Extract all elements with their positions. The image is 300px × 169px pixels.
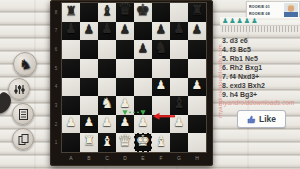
app-screenshot: ♞ 87654321 ABCDEFGH ♜♝♛♚♜♟♟♟♟♟♟♟♟♞♟♟♞♟♝♟… xyxy=(0,0,300,169)
square-f3[interactable] xyxy=(152,96,170,115)
square-h3[interactable] xyxy=(188,96,206,115)
move-list: 3. d3 e64. f3 Bc55. Rb1 Ne56. Rh2 Bxg17.… xyxy=(222,36,298,99)
move-list-row: 9. h4 Bg3+ xyxy=(222,90,298,99)
square-e5[interactable] xyxy=(134,59,152,78)
knight-icon: ♞ xyxy=(17,56,32,72)
square-e1[interactable]: ♚ xyxy=(134,133,152,152)
move-list-row: 6. Rh2 Bxg1 xyxy=(222,63,298,72)
move-list-button[interactable] xyxy=(12,103,34,125)
move-list-row: 8. exd3 Bxh2 xyxy=(222,81,298,90)
move-list-row: 3. d3 e6 xyxy=(222,36,298,45)
sliders-icon xyxy=(14,84,25,95)
piece-black-pawn[interactable]: ♟ xyxy=(62,20,80,39)
square-h6[interactable] xyxy=(188,40,206,59)
square-g5[interactable] xyxy=(170,59,188,78)
move-list-row: 7. f4 Nxd3+ xyxy=(222,72,298,81)
square-h2[interactable] xyxy=(188,115,206,134)
square-f6[interactable]: ♞ xyxy=(152,40,170,59)
watermark-horizontal: myandroiddownloads.com xyxy=(219,99,299,106)
square-g2[interactable]: ♟ xyxy=(170,115,188,134)
piece-black-bishop[interactable]: ♝ xyxy=(98,1,116,20)
piece-black-pawn[interactable]: ♟ xyxy=(170,20,188,39)
square-f1[interactable]: ♝ xyxy=(152,133,170,152)
square-b5[interactable] xyxy=(80,59,98,78)
piece-white-queen[interactable]: ♛ xyxy=(116,131,134,150)
file-label: D xyxy=(116,152,134,166)
square-b7[interactable]: ♟ xyxy=(80,22,98,41)
square-a1[interactable] xyxy=(62,133,80,152)
file-label: A xyxy=(62,152,80,166)
square-a7[interactable]: ♟ xyxy=(62,22,80,41)
rank-label: 5 xyxy=(50,59,62,78)
piece-black-pawn[interactable]: ♟ xyxy=(98,20,116,39)
piece-white-bishop[interactable]: ♝ xyxy=(98,131,116,150)
square-c1[interactable]: ♝ xyxy=(98,133,116,152)
player-name-top: ROOKIE 01 xyxy=(249,5,282,9)
rank-label: 1 xyxy=(50,133,62,152)
selected-square-marker xyxy=(134,133,152,152)
like-label: Like xyxy=(259,114,276,124)
piece-white-pawn[interactable]: ♟ xyxy=(98,113,116,132)
square-e6[interactable]: ♟ xyxy=(134,40,152,59)
piece-black-queen[interactable]: ♛ xyxy=(116,1,134,20)
piece-white-pawn[interactable]: ♟ xyxy=(116,113,134,132)
file-label: H xyxy=(188,152,206,166)
file-labels: ABCDEFGH xyxy=(62,152,206,166)
thumbs-up-icon xyxy=(247,115,256,124)
rank-label: 2 xyxy=(50,115,62,134)
square-c5[interactable] xyxy=(98,59,116,78)
rank-label: 8 xyxy=(50,3,62,22)
square-h4[interactable]: ♟ xyxy=(188,78,206,97)
file-label: E xyxy=(134,152,152,166)
square-d6[interactable] xyxy=(116,40,134,59)
player-name-bottom: ROOKIE 08 xyxy=(249,12,282,16)
square-c6[interactable] xyxy=(98,40,116,59)
piece-black-pawn[interactable]: ♟ xyxy=(80,20,98,39)
square-d1[interactable]: ♛ xyxy=(116,133,134,152)
piece-white-pawn[interactable]: ♟ xyxy=(188,76,206,95)
rank-label: 4 xyxy=(50,78,62,97)
piece-black-pawn[interactable]: ♟ xyxy=(134,38,152,57)
piece-black-pawn[interactable]: ♟ xyxy=(188,20,206,39)
piece-white-pawn[interactable]: ♟ xyxy=(62,113,80,132)
piece-white-pawn[interactable]: ♟ xyxy=(134,113,152,132)
piece-white-pawn[interactable]: ♟ xyxy=(152,76,170,95)
copy-pages-icon xyxy=(18,134,29,145)
square-e8[interactable]: ♚ xyxy=(134,3,152,22)
piece-black-knight[interactable]: ♞ xyxy=(152,38,170,57)
square-b6[interactable] xyxy=(80,40,98,59)
piece-white-pawn[interactable]: ♟ xyxy=(80,113,98,132)
panel-ruler-strip xyxy=(220,26,299,32)
move-list-row: 5. Rb1 Ne5 xyxy=(222,54,298,63)
piece-white-pawn[interactable]: ♟ xyxy=(170,113,188,132)
square-e4[interactable] xyxy=(134,78,152,97)
piece-black-rook[interactable]: ♜ xyxy=(188,1,206,20)
piece-black-king[interactable]: ♚ xyxy=(134,1,152,20)
piece-white-knight[interactable]: ♞ xyxy=(98,94,116,113)
captured-pieces-tray: ♟♟♟♟♟ xyxy=(220,17,300,25)
settings-button[interactable] xyxy=(8,78,30,100)
square-h1[interactable] xyxy=(188,133,206,152)
square-h7[interactable]: ♟ xyxy=(188,22,206,41)
rank-label: 7 xyxy=(50,22,62,41)
square-b4[interactable] xyxy=(80,78,98,97)
square-g6[interactable] xyxy=(170,40,188,59)
square-b1[interactable]: ♜ xyxy=(80,133,98,152)
rank-label: 3 xyxy=(50,96,62,115)
square-a6[interactable] xyxy=(62,40,80,59)
document-icon xyxy=(18,109,29,120)
rank-label: 6 xyxy=(50,40,62,59)
copy-button[interactable] xyxy=(12,128,34,150)
captured-piece-icon: ♟ xyxy=(251,18,257,25)
square-g1[interactable] xyxy=(170,133,188,152)
square-d5[interactable] xyxy=(116,59,134,78)
watermark-vertical: myandroiddownloads.com xyxy=(217,16,223,146)
square-a4[interactable] xyxy=(62,78,80,97)
file-label: C xyxy=(98,152,116,166)
square-a2[interactable]: ♟ xyxy=(62,115,80,134)
board-grid: ♜♝♛♚♜♟♟♟♟♟♟♟♟♞♟♟♞♟♝♟♟♟♟♟♟♜♝♛♚♝ xyxy=(62,3,206,152)
square-f4[interactable]: ♟ xyxy=(152,78,170,97)
square-g7[interactable]: ♟ xyxy=(170,22,188,41)
avatar xyxy=(284,3,298,17)
file-label: G xyxy=(170,152,188,166)
square-d7[interactable]: ♟ xyxy=(116,22,134,41)
piece-black-bishop[interactable]: ♝ xyxy=(170,94,188,113)
piece-white-pawn[interactable]: ♟ xyxy=(116,94,134,113)
piece-black-pawn[interactable]: ♟ xyxy=(116,20,134,39)
piece-black-rook[interactable]: ♜ xyxy=(62,1,80,20)
captured-piece-icon: ♟ xyxy=(229,18,235,25)
knight-piece-button[interactable]: ♞ xyxy=(13,52,37,76)
file-label: F xyxy=(152,152,170,166)
captured-piece-icon: ♟ xyxy=(237,18,243,25)
like-button[interactable]: Like xyxy=(237,110,286,128)
square-a5[interactable] xyxy=(62,59,80,78)
square-c7[interactable]: ♟ xyxy=(98,22,116,41)
move-list-row: 4. f3 Bc5 xyxy=(222,45,298,54)
chess-board: 87654321 ABCDEFGH ♜♝♛♚♜♟♟♟♟♟♟♟♟♞♟♟♞♟♝♟♟♟… xyxy=(50,0,213,166)
piece-white-bishop[interactable]: ♝ xyxy=(152,131,170,150)
piece-white-rook[interactable]: ♜ xyxy=(80,131,98,150)
file-label: B xyxy=(80,152,98,166)
captured-piece-icon: ♟ xyxy=(244,18,250,25)
rank-labels: 87654321 xyxy=(50,3,62,152)
piece-black-pawn[interactable]: ♟ xyxy=(152,20,170,39)
